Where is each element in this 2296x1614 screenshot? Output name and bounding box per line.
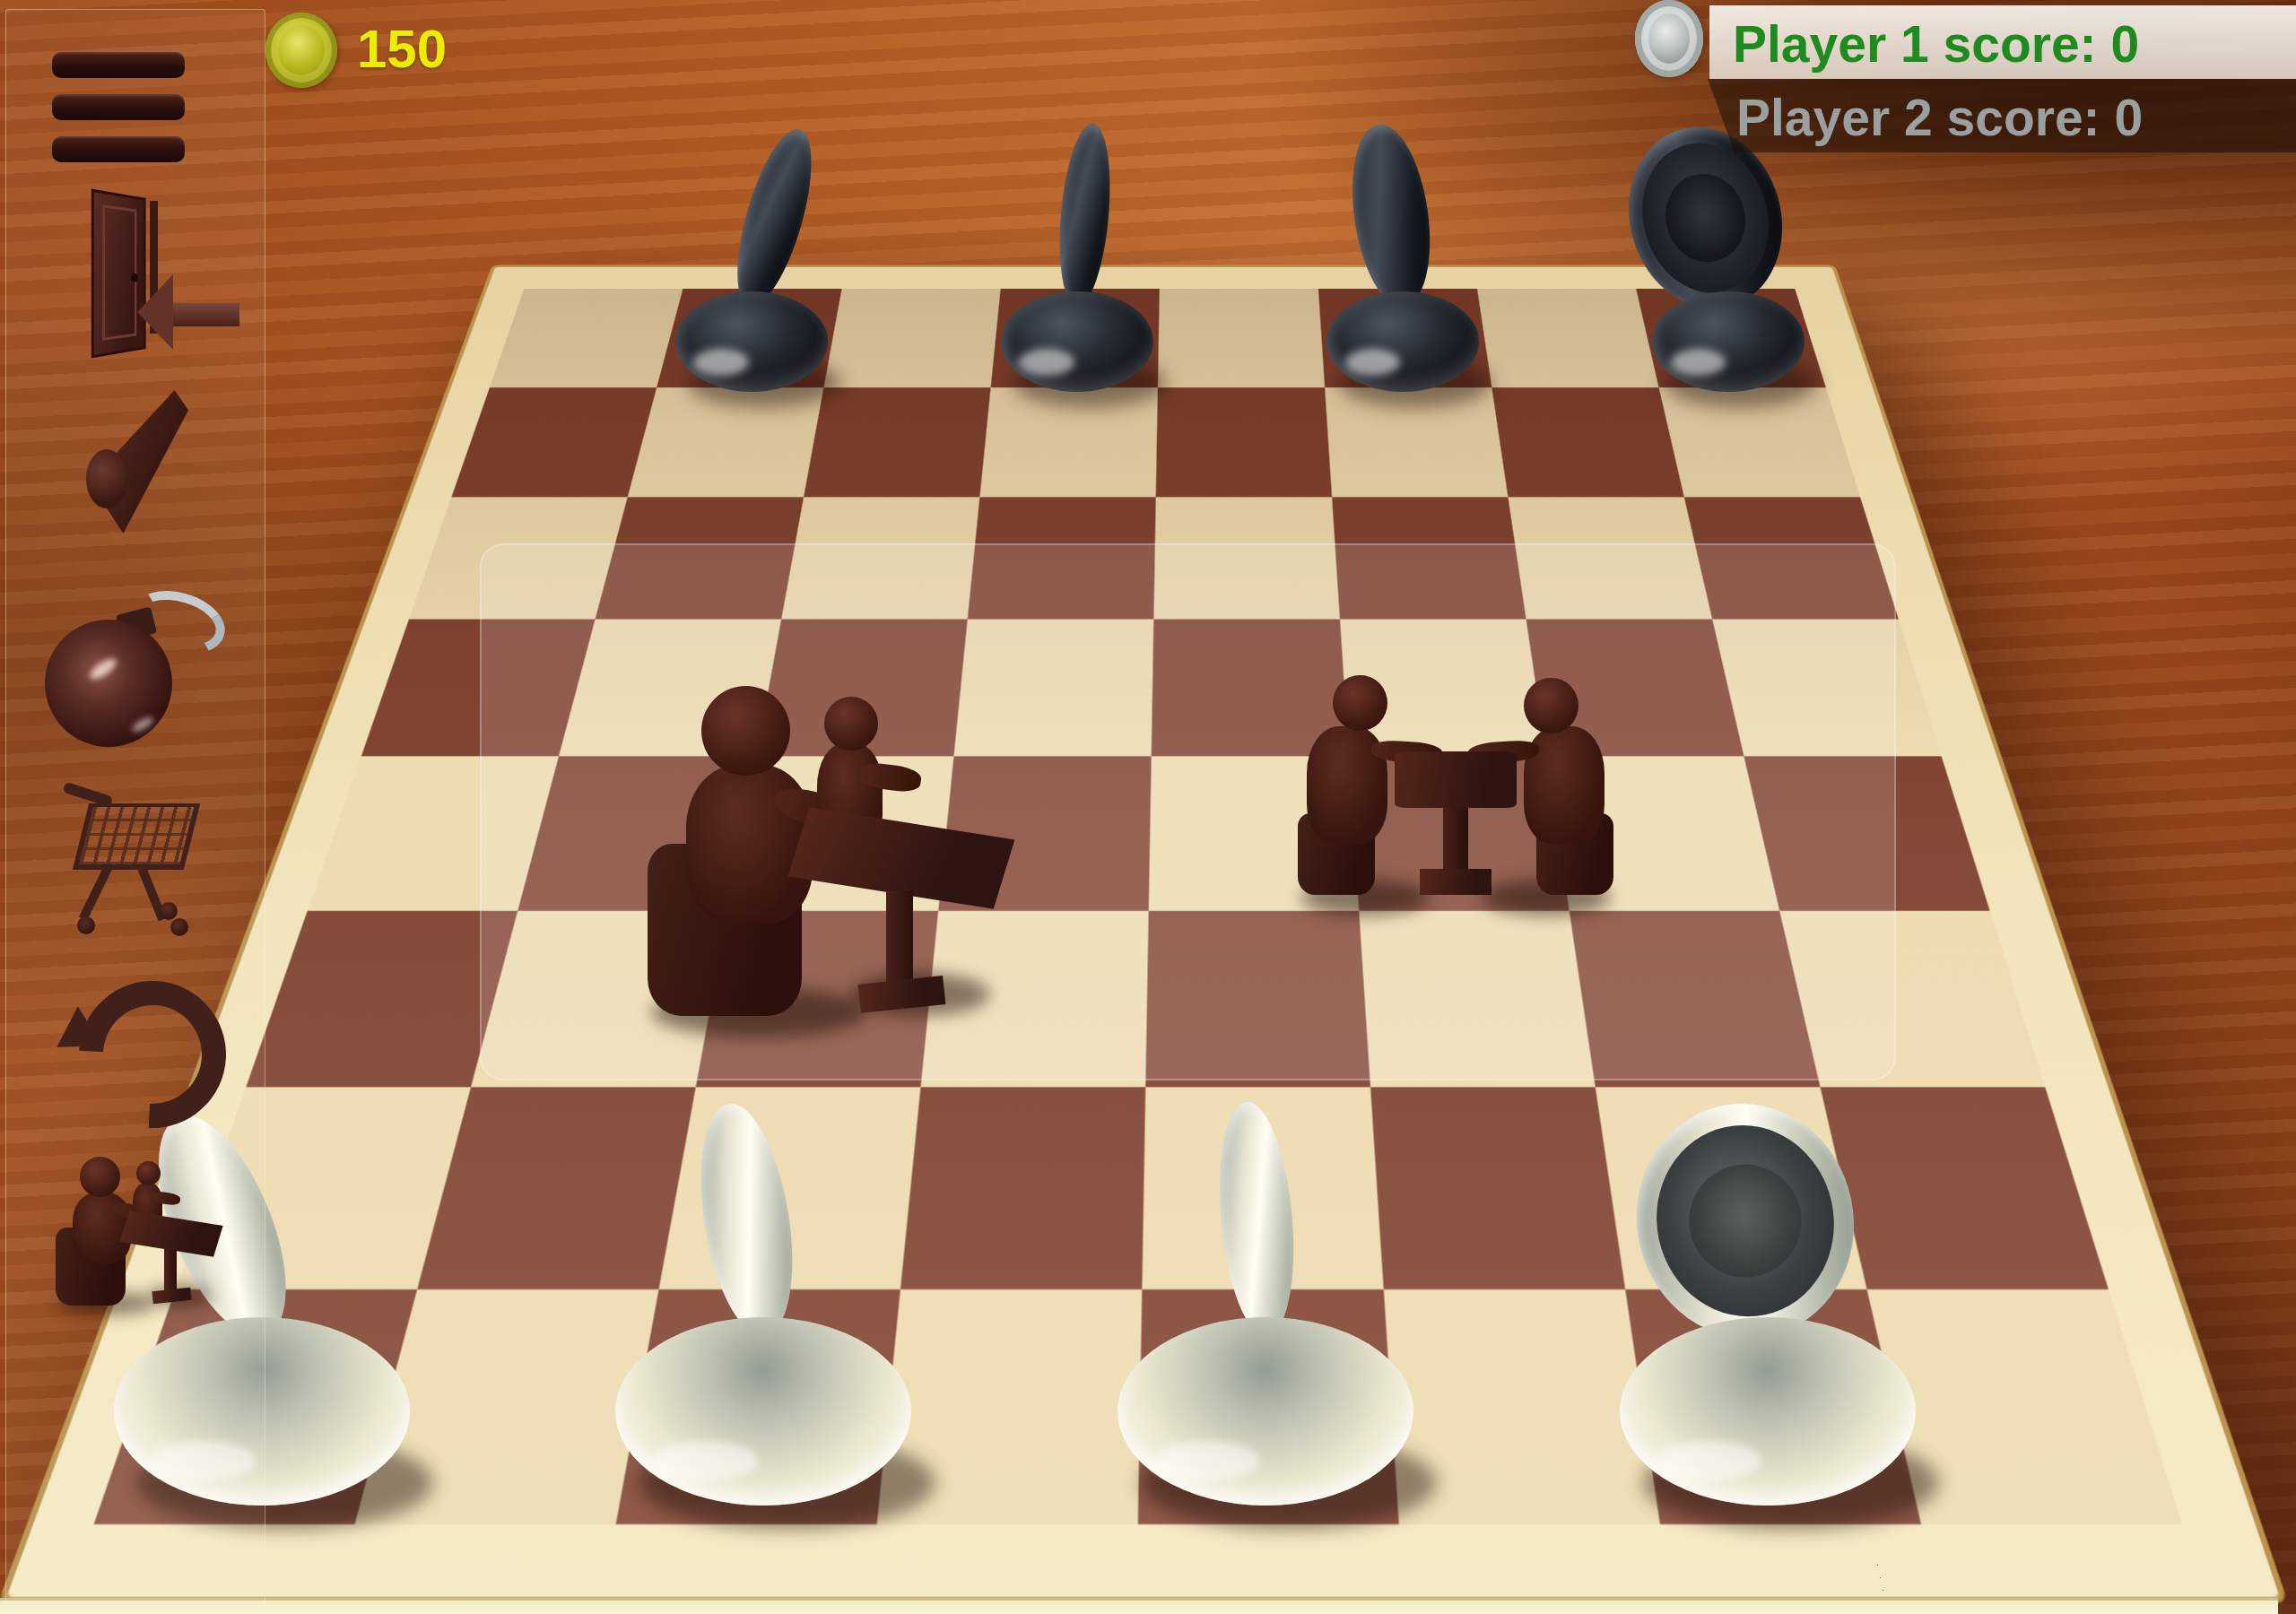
desk-leg bbox=[164, 1249, 177, 1291]
piece-glint bbox=[1671, 349, 1726, 376]
white-piece-c1[interactable] bbox=[615, 1101, 911, 1506]
undo-button[interactable] bbox=[56, 977, 210, 1125]
piece-base bbox=[1118, 1317, 1413, 1506]
piece-base bbox=[1620, 1317, 1916, 1506]
gold-coin-icon bbox=[265, 13, 337, 88]
right-figure-head bbox=[1524, 678, 1578, 734]
white-piece-e1[interactable] bbox=[1118, 1101, 1413, 1506]
piece-ring bbox=[1053, 121, 1117, 308]
figures-at-table-scene[interactable] bbox=[1294, 670, 1617, 925]
black-piece-d8[interactable] bbox=[1001, 123, 1153, 393]
table-top bbox=[1395, 751, 1518, 808]
piece-ring bbox=[687, 1098, 807, 1342]
piece-base bbox=[615, 1317, 911, 1506]
piece-glint bbox=[693, 349, 748, 376]
player2-score-text: Player 2 score: 0 bbox=[1736, 88, 2143, 147]
table-leg bbox=[1443, 808, 1469, 874]
left-figure-head bbox=[1333, 675, 1387, 732]
figure2-head bbox=[136, 1161, 161, 1185]
piece-ring bbox=[1211, 1099, 1302, 1340]
piece-glint bbox=[1345, 349, 1400, 376]
turn-indicator-ring-icon bbox=[1635, 0, 1703, 77]
white-piece-g1[interactable] bbox=[1620, 1101, 1916, 1506]
piece-base bbox=[1326, 291, 1479, 392]
sound-button[interactable] bbox=[90, 390, 197, 542]
piece-ring bbox=[722, 122, 826, 314]
piece-base bbox=[1001, 291, 1153, 392]
player2-score-band: Player 2 score: 0 bbox=[1695, 79, 2296, 152]
piece-ring bbox=[1342, 119, 1440, 311]
figure-head bbox=[701, 686, 790, 776]
black-piece-b8[interactable] bbox=[675, 123, 828, 393]
piece-glint bbox=[1019, 349, 1074, 376]
table-foot bbox=[1420, 869, 1491, 895]
figures-scene-icon bbox=[47, 1157, 222, 1318]
piece-base bbox=[1652, 291, 1805, 392]
pieces-layer bbox=[0, 0, 2296, 1614]
figure-head bbox=[80, 1157, 120, 1197]
coin-value: 150 bbox=[357, 18, 447, 80]
player1-score-text: Player 1 score: 0 bbox=[1733, 14, 2139, 74]
piece-base bbox=[675, 291, 828, 392]
black-piece-f8[interactable] bbox=[1326, 123, 1479, 393]
player1-score-band: Player 1 score: 0 bbox=[1709, 5, 2296, 79]
figures-at-desk-scene[interactable] bbox=[628, 686, 1013, 1045]
black-piece-h8[interactable] bbox=[1652, 123, 1805, 393]
piece-glint bbox=[651, 1441, 758, 1481]
figure2-head bbox=[824, 697, 878, 751]
exit-button[interactable] bbox=[85, 188, 247, 359]
desk-leg bbox=[886, 890, 913, 984]
shop-button[interactable] bbox=[61, 787, 196, 940]
bomb-button[interactable] bbox=[45, 587, 215, 758]
menu-button[interactable] bbox=[52, 52, 185, 163]
figures-item-button[interactable] bbox=[47, 1157, 222, 1318]
